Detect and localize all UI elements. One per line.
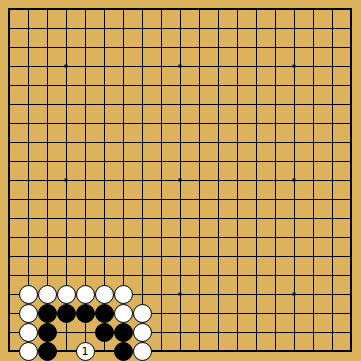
black-stone bbox=[114, 342, 133, 361]
black-stone bbox=[38, 304, 57, 323]
white-stone bbox=[76, 285, 95, 304]
stones-layer: 1 bbox=[0, 0, 361, 361]
white-stone bbox=[38, 285, 57, 304]
white-stone bbox=[57, 285, 76, 304]
white-stone-move-1: 1 bbox=[76, 342, 95, 361]
white-stone bbox=[133, 323, 152, 342]
black-stone bbox=[57, 304, 76, 323]
black-stone bbox=[95, 304, 114, 323]
white-stone bbox=[133, 342, 152, 361]
white-stone bbox=[114, 285, 133, 304]
black-stone bbox=[38, 342, 57, 361]
black-stone bbox=[114, 323, 133, 342]
white-stone bbox=[95, 285, 114, 304]
white-stone bbox=[114, 304, 133, 323]
white-stone bbox=[19, 342, 38, 361]
go-board: 1 bbox=[0, 0, 361, 361]
black-stone bbox=[95, 323, 114, 342]
white-stone bbox=[19, 304, 38, 323]
black-stone bbox=[38, 323, 57, 342]
white-stone bbox=[133, 304, 152, 323]
white-stone bbox=[19, 285, 38, 304]
white-stone bbox=[19, 323, 38, 342]
black-stone bbox=[76, 304, 95, 323]
move-number-label: 1 bbox=[82, 346, 89, 357]
